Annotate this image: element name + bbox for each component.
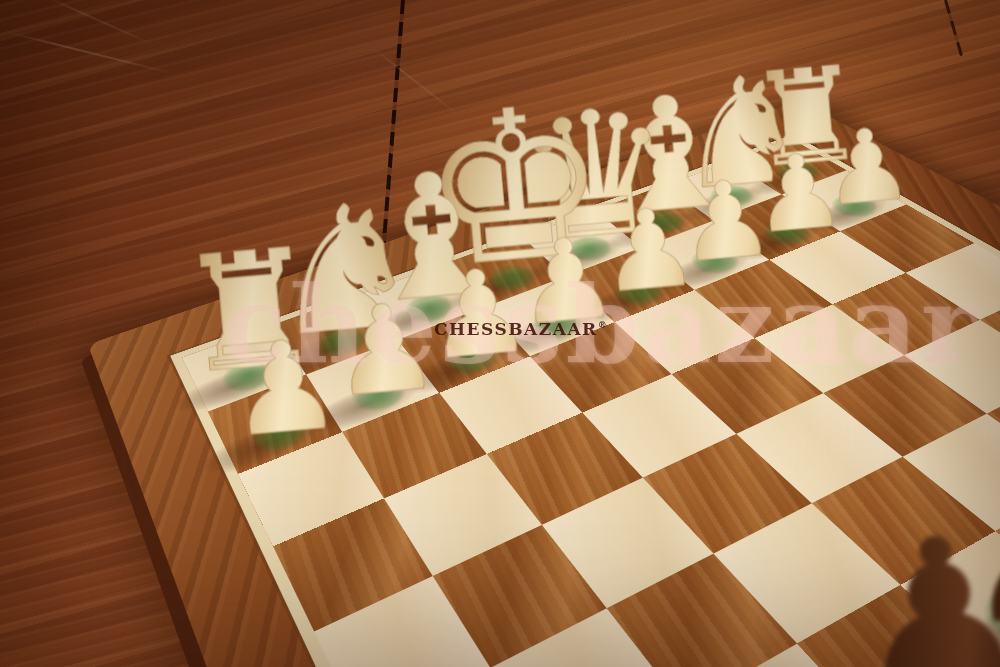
board-squares-grid: ♜♞♝♚♛♝♞♜♟♟♟♟♟♟♟♟♟♟ [182, 139, 1000, 667]
piece-white-pawn-g2: ♟ [326, 285, 444, 415]
product-photo: ♜♞♝♚♛♝♞♜♟♟♟♟♟♟♟♟♟♟ chessbazaar CHESSBAZA… [0, 0, 1000, 667]
camera-tilt-wrapper: ♜♞♝♚♛♝♞♜♟♟♟♟♟♟♟♟♟♟ [0, 0, 1000, 663]
piece-white-pawn-h2: ♟ [223, 321, 345, 455]
chess-board: ♜♞♝♚♛♝♞♜♟♟♟♟♟♟♟♟♟♟ [88, 101, 1000, 667]
piece-black-pawn-e7: ♟ [842, 505, 1000, 667]
perspective-scene: ♜♞♝♚♛♝♞♜♟♟♟♟♟♟♟♟♟♟ [0, 0, 1000, 663]
